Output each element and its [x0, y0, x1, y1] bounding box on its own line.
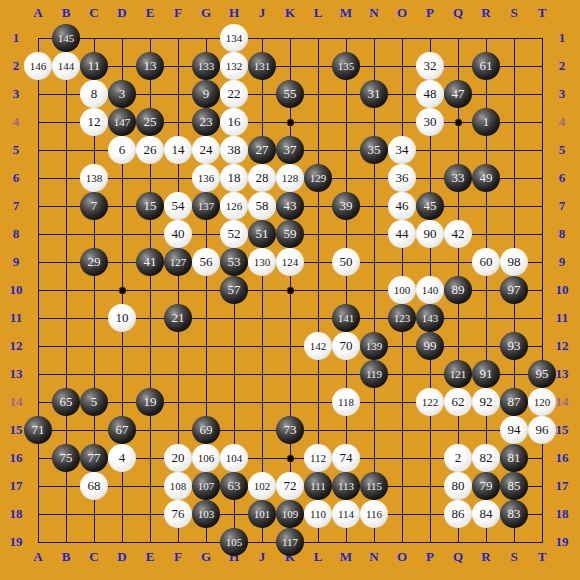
- row-label-right-12: 12: [549, 338, 575, 354]
- col-label-top-D: D: [109, 5, 135, 21]
- stone-white-34: 34: [388, 136, 416, 164]
- stone-black-1: 1: [472, 108, 500, 136]
- stone-white-40: 40: [164, 220, 192, 248]
- stone-white-70: 70: [332, 332, 360, 360]
- stone-black-25: 25: [136, 108, 164, 136]
- stone-black-39: 39: [332, 192, 360, 220]
- stone-black-133: 133: [192, 52, 220, 80]
- stone-white-50: 50: [332, 248, 360, 276]
- stone-white-128: 128: [276, 164, 304, 192]
- col-label-bottom-B: B: [53, 549, 79, 565]
- go-game-diagram: AABBCCDDEEFFGGHHJJKKLLMMNNOOPPQQRRSSTT11…: [0, 0, 580, 580]
- stone-white-62: 62: [444, 388, 472, 416]
- stone-white-118: 118: [332, 388, 360, 416]
- stone-black-129: 129: [304, 164, 332, 192]
- stone-white-102: 102: [248, 472, 276, 500]
- stone-white-142: 142: [304, 332, 332, 360]
- stone-black-141: 141: [332, 304, 360, 332]
- stone-white-8: 8: [80, 80, 108, 108]
- stone-black-41: 41: [136, 248, 164, 276]
- col-label-bottom-A: A: [25, 549, 51, 565]
- stone-black-47: 47: [444, 80, 472, 108]
- stone-white-146: 146: [24, 52, 52, 80]
- stone-white-80: 80: [444, 472, 472, 500]
- stone-white-94: 94: [500, 416, 528, 444]
- row-label-right-5: 5: [549, 142, 575, 158]
- stone-black-71: 71: [24, 416, 52, 444]
- stone-white-30: 30: [416, 108, 444, 136]
- row-label-left-8: 8: [3, 226, 29, 242]
- stone-white-6: 6: [108, 136, 136, 164]
- stone-white-72: 72: [276, 472, 304, 500]
- stone-white-116: 116: [360, 500, 388, 528]
- col-label-bottom-L: L: [305, 549, 331, 565]
- stone-white-104: 104: [220, 444, 248, 472]
- stone-white-16: 16: [220, 108, 248, 136]
- stone-black-53: 53: [220, 248, 248, 276]
- col-label-bottom-R: R: [473, 549, 499, 565]
- stone-black-59: 59: [276, 220, 304, 248]
- stone-white-86: 86: [444, 500, 472, 528]
- col-label-bottom-Q: Q: [445, 549, 471, 565]
- col-label-top-M: M: [333, 5, 359, 21]
- stone-white-24: 24: [192, 136, 220, 164]
- stone-black-45: 45: [416, 192, 444, 220]
- star-point-Q4: [455, 119, 462, 126]
- stone-white-100: 100: [388, 276, 416, 304]
- col-label-top-S: S: [501, 5, 527, 21]
- col-label-top-R: R: [473, 5, 499, 21]
- stone-black-29: 29: [80, 248, 108, 276]
- stone-black-81: 81: [500, 444, 528, 472]
- stone-black-37: 37: [276, 136, 304, 164]
- row-label-right-4: 4: [549, 114, 575, 130]
- col-label-top-T: T: [529, 5, 555, 21]
- stone-black-137: 137: [192, 192, 220, 220]
- stone-white-42: 42: [444, 220, 472, 248]
- col-label-top-J: J: [249, 5, 275, 21]
- stone-black-43: 43: [276, 192, 304, 220]
- stone-black-97: 97: [500, 276, 528, 304]
- row-label-left-3: 3: [3, 86, 29, 102]
- stone-black-123: 123: [388, 304, 416, 332]
- col-label-top-L: L: [305, 5, 331, 21]
- row-label-right-6: 6: [549, 170, 575, 186]
- stone-black-63: 63: [220, 472, 248, 500]
- row-label-right-10: 10: [549, 282, 575, 298]
- stone-white-126: 126: [220, 192, 248, 220]
- stone-black-83: 83: [500, 500, 528, 528]
- stone-black-103: 103: [192, 500, 220, 528]
- stone-white-144: 144: [52, 52, 80, 80]
- row-label-right-18: 18: [549, 506, 575, 522]
- col-label-top-F: F: [165, 5, 191, 21]
- stone-white-26: 26: [136, 136, 164, 164]
- stone-white-58: 58: [248, 192, 276, 220]
- stone-white-74: 74: [332, 444, 360, 472]
- stone-black-101: 101: [248, 500, 276, 528]
- stone-white-10: 10: [108, 304, 136, 332]
- stone-black-21: 21: [164, 304, 192, 332]
- stone-white-18: 18: [220, 164, 248, 192]
- stone-white-110: 110: [304, 500, 332, 528]
- stone-white-120: 120: [528, 388, 556, 416]
- stone-white-138: 138: [80, 164, 108, 192]
- stone-black-49: 49: [472, 164, 500, 192]
- col-label-bottom-O: O: [389, 549, 415, 565]
- stone-black-91: 91: [472, 360, 500, 388]
- stone-white-20: 20: [164, 444, 192, 472]
- col-label-bottom-S: S: [501, 549, 527, 565]
- stone-white-122: 122: [416, 388, 444, 416]
- stone-white-108: 108: [164, 472, 192, 500]
- stone-black-13: 13: [136, 52, 164, 80]
- stone-black-107: 107: [192, 472, 220, 500]
- stone-white-136: 136: [192, 164, 220, 192]
- row-label-left-7: 7: [3, 198, 29, 214]
- col-label-bottom-G: G: [193, 549, 219, 565]
- stone-white-124: 124: [276, 248, 304, 276]
- stone-white-4: 4: [108, 444, 136, 472]
- star-point-K16: [287, 455, 294, 462]
- row-label-right-19: 19: [549, 534, 575, 550]
- stone-black-111: 111: [304, 472, 332, 500]
- col-label-bottom-T: T: [529, 549, 555, 565]
- col-label-top-N: N: [361, 5, 387, 21]
- row-label-left-16: 16: [3, 450, 29, 466]
- col-label-top-B: B: [53, 5, 79, 21]
- stone-white-134: 134: [220, 24, 248, 52]
- stone-black-109: 109: [276, 500, 304, 528]
- stone-white-12: 12: [80, 108, 108, 136]
- stone-white-54: 54: [164, 192, 192, 220]
- col-label-bottom-N: N: [361, 549, 387, 565]
- stone-white-140: 140: [416, 276, 444, 304]
- stone-white-90: 90: [416, 220, 444, 248]
- stone-black-31: 31: [360, 80, 388, 108]
- stone-black-143: 143: [416, 304, 444, 332]
- stone-black-55: 55: [276, 80, 304, 108]
- stone-black-99: 99: [416, 332, 444, 360]
- stone-white-38: 38: [220, 136, 248, 164]
- stone-black-75: 75: [52, 444, 80, 472]
- stone-black-5: 5: [80, 388, 108, 416]
- stone-black-69: 69: [192, 416, 220, 444]
- row-label-right-16: 16: [549, 450, 575, 466]
- col-label-bottom-P: P: [417, 549, 443, 565]
- row-label-left-17: 17: [3, 478, 29, 494]
- stone-black-135: 135: [332, 52, 360, 80]
- col-label-top-O: O: [389, 5, 415, 21]
- row-label-right-1: 1: [549, 30, 575, 46]
- row-label-left-19: 19: [3, 534, 29, 550]
- stone-black-57: 57: [220, 276, 248, 304]
- row-label-left-9: 9: [3, 254, 29, 270]
- stone-black-131: 131: [248, 52, 276, 80]
- stone-black-23: 23: [192, 108, 220, 136]
- stone-black-65: 65: [52, 388, 80, 416]
- stone-black-147: 147: [108, 108, 136, 136]
- stone-black-51: 51: [248, 220, 276, 248]
- star-point-D10: [119, 287, 126, 294]
- stone-black-9: 9: [192, 80, 220, 108]
- row-label-right-7: 7: [549, 198, 575, 214]
- stone-white-32: 32: [416, 52, 444, 80]
- stone-black-77: 77: [80, 444, 108, 472]
- stone-black-121: 121: [444, 360, 472, 388]
- col-label-top-P: P: [417, 5, 443, 21]
- stone-white-48: 48: [416, 80, 444, 108]
- stone-white-56: 56: [192, 248, 220, 276]
- col-label-bottom-E: E: [137, 549, 163, 565]
- col-label-top-H: H: [221, 5, 247, 21]
- row-label-left-6: 6: [3, 170, 29, 186]
- stone-white-98: 98: [500, 248, 528, 276]
- star-point-K10: [287, 287, 294, 294]
- stone-white-28: 28: [248, 164, 276, 192]
- row-label-left-13: 13: [3, 366, 29, 382]
- row-label-left-11: 11: [3, 310, 29, 326]
- stone-black-19: 19: [136, 388, 164, 416]
- col-label-top-Q: Q: [445, 5, 471, 21]
- col-label-top-G: G: [193, 5, 219, 21]
- stone-black-117: 117: [276, 528, 304, 556]
- row-label-left-18: 18: [3, 506, 29, 522]
- stone-black-79: 79: [472, 472, 500, 500]
- stone-black-139: 139: [360, 332, 388, 360]
- stone-black-15: 15: [136, 192, 164, 220]
- stone-black-127: 127: [164, 248, 192, 276]
- stone-white-52: 52: [220, 220, 248, 248]
- row-label-left-5: 5: [3, 142, 29, 158]
- stone-black-119: 119: [360, 360, 388, 388]
- row-label-right-11: 11: [549, 310, 575, 326]
- stone-white-132: 132: [220, 52, 248, 80]
- stone-black-85: 85: [500, 472, 528, 500]
- stone-black-113: 113: [332, 472, 360, 500]
- col-label-bottom-J: J: [249, 549, 275, 565]
- stone-white-22: 22: [220, 80, 248, 108]
- stone-black-3: 3: [108, 80, 136, 108]
- row-label-right-3: 3: [549, 86, 575, 102]
- stone-white-92: 92: [472, 388, 500, 416]
- col-label-bottom-F: F: [165, 549, 191, 565]
- stone-black-87: 87: [500, 388, 528, 416]
- stone-white-84: 84: [472, 500, 500, 528]
- stone-white-96: 96: [528, 416, 556, 444]
- col-label-top-K: K: [277, 5, 303, 21]
- stone-black-89: 89: [444, 276, 472, 304]
- stone-black-115: 115: [360, 472, 388, 500]
- stone-black-27: 27: [248, 136, 276, 164]
- stone-black-95: 95: [528, 360, 556, 388]
- stone-white-112: 112: [304, 444, 332, 472]
- stone-black-93: 93: [500, 332, 528, 360]
- stone-white-36: 36: [388, 164, 416, 192]
- stone-black-7: 7: [80, 192, 108, 220]
- stone-black-67: 67: [108, 416, 136, 444]
- stone-black-35: 35: [360, 136, 388, 164]
- row-label-right-2: 2: [549, 58, 575, 74]
- stone-white-68: 68: [80, 472, 108, 500]
- stone-black-145: 145: [52, 24, 80, 52]
- row-label-right-17: 17: [549, 478, 575, 494]
- stone-white-2: 2: [444, 444, 472, 472]
- stone-white-114: 114: [332, 500, 360, 528]
- col-label-top-C: C: [81, 5, 107, 21]
- stone-white-82: 82: [472, 444, 500, 472]
- row-label-left-14: 14: [3, 394, 29, 410]
- stone-black-33: 33: [444, 164, 472, 192]
- stone-black-105: 105: [220, 528, 248, 556]
- stone-black-61: 61: [472, 52, 500, 80]
- col-label-bottom-D: D: [109, 549, 135, 565]
- row-label-right-9: 9: [549, 254, 575, 270]
- col-label-top-A: A: [25, 5, 51, 21]
- stone-black-73: 73: [276, 416, 304, 444]
- stone-white-76: 76: [164, 500, 192, 528]
- row-label-left-10: 10: [3, 282, 29, 298]
- stone-white-46: 46: [388, 192, 416, 220]
- stone-white-44: 44: [388, 220, 416, 248]
- row-label-left-4: 4: [3, 114, 29, 130]
- stone-white-106: 106: [192, 444, 220, 472]
- stone-white-130: 130: [248, 248, 276, 276]
- stone-white-14: 14: [164, 136, 192, 164]
- col-label-top-E: E: [137, 5, 163, 21]
- stone-white-60: 60: [472, 248, 500, 276]
- col-label-bottom-M: M: [333, 549, 359, 565]
- row-label-left-12: 12: [3, 338, 29, 354]
- stone-black-11: 11: [80, 52, 108, 80]
- row-label-right-8: 8: [549, 226, 575, 242]
- col-label-bottom-C: C: [81, 549, 107, 565]
- star-point-K4: [287, 119, 294, 126]
- row-label-left-1: 1: [3, 30, 29, 46]
